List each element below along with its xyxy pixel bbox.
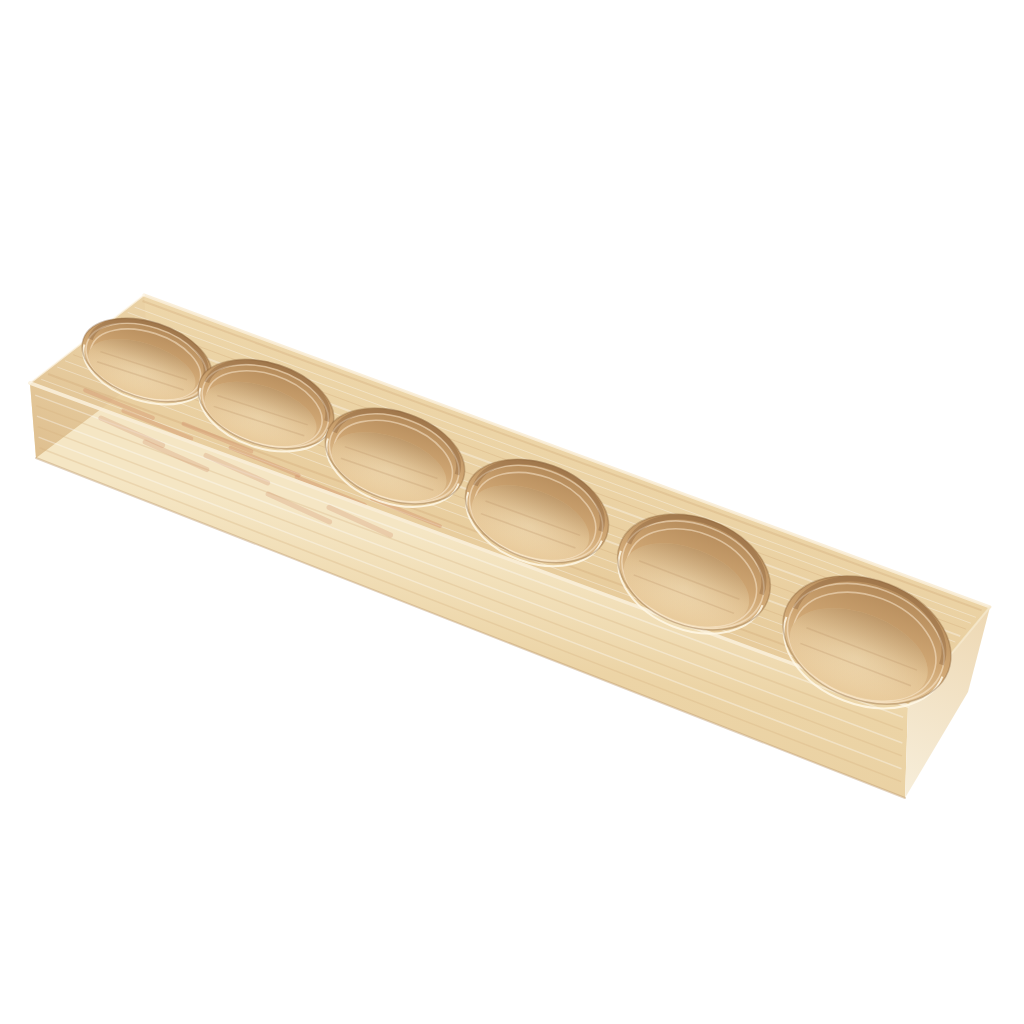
white-backdrop xyxy=(0,0,1024,1024)
mancala-board-photo xyxy=(0,0,1024,1024)
